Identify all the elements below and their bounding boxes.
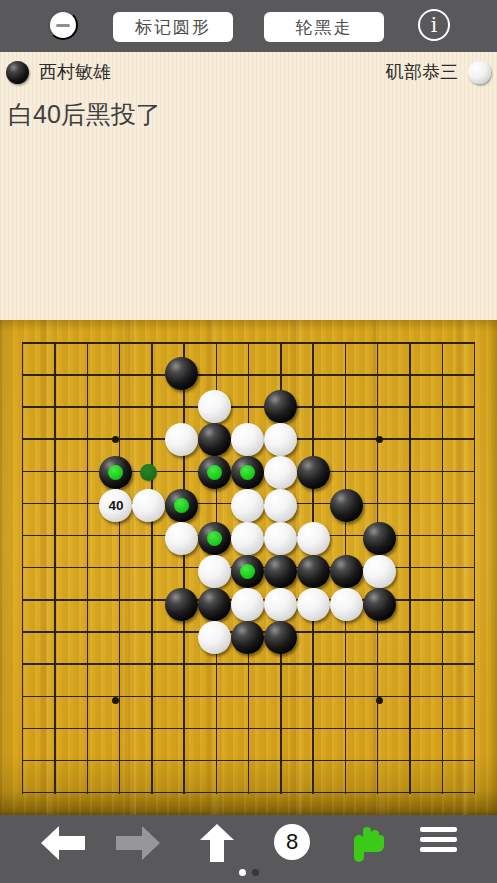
player-bar: 西村敏雄 矶部恭三 (0, 52, 497, 92)
stone-black-c9r7[interactable] (297, 555, 330, 588)
stone-white-c3r5[interactable]: 40 (99, 489, 132, 522)
stone-white-c7r5[interactable] (231, 489, 264, 522)
board-intersections: 40 (6, 326, 490, 808)
move-comment-text: 白40后黑投了 (8, 98, 161, 131)
stone-white-c8r6[interactable] (264, 522, 297, 555)
stone-white-c8r8[interactable] (264, 588, 297, 621)
stone-white-c9r6[interactable] (297, 522, 330, 555)
stone-white-c8r3[interactable] (264, 423, 297, 456)
mark-circle-button[interactable]: 标记圆形 (113, 12, 233, 42)
bottom-toolbar: 8 (0, 815, 497, 883)
white-stone-icon (468, 61, 491, 84)
stone-white-c6r7[interactable] (198, 555, 231, 588)
stone-white-c11r7[interactable] (363, 555, 396, 588)
stone-black-c5r8[interactable] (165, 588, 198, 621)
info-icon: i (431, 13, 437, 37)
page-dot-active[interactable] (239, 869, 246, 876)
menu-button[interactable] (420, 827, 457, 852)
stone-white-c6r9[interactable] (198, 621, 231, 654)
stone-white-c10r8[interactable] (330, 588, 363, 621)
stone-black-c6r4[interactable] (198, 456, 231, 489)
green-circle-marker (240, 465, 255, 480)
stone-black-c8r7[interactable] (264, 555, 297, 588)
stone-white-c5r3[interactable] (165, 423, 198, 456)
stone-black-c10r7[interactable] (330, 555, 363, 588)
minus-icon (56, 24, 70, 27)
stone-black-c5r1[interactable] (165, 357, 198, 390)
stone-white-c5r6[interactable] (165, 522, 198, 555)
stone-black-c7r7[interactable] (231, 555, 264, 588)
app-screen: 标记圆形 轮黑走 i 西村敏雄 矶部恭三 白40后黑投了 40 (0, 0, 497, 883)
up-button[interactable] (200, 824, 234, 865)
empty-point-green-marker[interactable] (140, 464, 157, 481)
stone-white-c9r8[interactable] (297, 588, 330, 621)
stone-black-c7r4[interactable] (231, 456, 264, 489)
up-arrow-icon (200, 824, 234, 862)
stone-black-c5r5[interactable] (165, 489, 198, 522)
white-player-name: 矶部恭三 (386, 60, 458, 84)
turn-indicator-button[interactable]: 轮黑走 (264, 12, 384, 42)
star-point (376, 436, 383, 443)
stone-black-c10r5[interactable] (330, 489, 363, 522)
stone-black-c9r4[interactable] (297, 456, 330, 489)
menu-icon (420, 827, 457, 832)
stone-black-c6r8[interactable] (198, 588, 231, 621)
forward-move-button[interactable] (116, 826, 160, 863)
stone-black-c8r9[interactable] (264, 621, 297, 654)
black-stone-icon (6, 61, 29, 84)
green-circle-marker (207, 465, 222, 480)
move-number-label: 40 (108, 498, 123, 513)
back-move-button[interactable] (41, 826, 85, 863)
left-arrow-icon (41, 826, 85, 860)
stone-black-c8r2[interactable] (264, 390, 297, 423)
stone-black-c11r8[interactable] (363, 588, 396, 621)
hand-down-icon (348, 825, 388, 865)
stone-white-c6r2[interactable] (198, 390, 231, 423)
green-circle-marker (174, 498, 189, 513)
move-count-badge[interactable]: 8 (274, 824, 310, 860)
stone-black-c6r6[interactable] (198, 522, 231, 555)
stone-black-c11r6[interactable] (363, 522, 396, 555)
gomoku-board[interactable]: 40 (0, 320, 497, 815)
green-circle-marker (108, 465, 123, 480)
minimize-button[interactable] (48, 10, 78, 40)
play-move-button[interactable] (348, 825, 388, 868)
stone-black-c3r4[interactable] (99, 456, 132, 489)
star-point (112, 697, 119, 704)
stone-white-c7r3[interactable] (231, 423, 264, 456)
stone-white-c7r6[interactable] (231, 522, 264, 555)
star-point (376, 697, 383, 704)
stone-white-c8r5[interactable] (264, 489, 297, 522)
badge-count-label: 8 (286, 829, 298, 855)
page-dot-inactive[interactable] (252, 869, 259, 876)
stone-black-c6r3[interactable] (198, 423, 231, 456)
stone-white-c7r8[interactable] (231, 588, 264, 621)
star-point (112, 436, 119, 443)
green-circle-marker (240, 564, 255, 579)
green-circle-marker (207, 531, 222, 546)
right-arrow-icon (116, 826, 160, 860)
top-toolbar: 标记圆形 轮黑走 i (0, 0, 497, 52)
info-button[interactable]: i (418, 9, 450, 41)
black-player-name: 西村敏雄 (39, 60, 111, 84)
page-dots (0, 869, 497, 876)
stone-white-c8r4[interactable] (264, 456, 297, 489)
stone-black-c7r9[interactable] (231, 621, 264, 654)
stone-white-c4r5[interactable] (132, 489, 165, 522)
